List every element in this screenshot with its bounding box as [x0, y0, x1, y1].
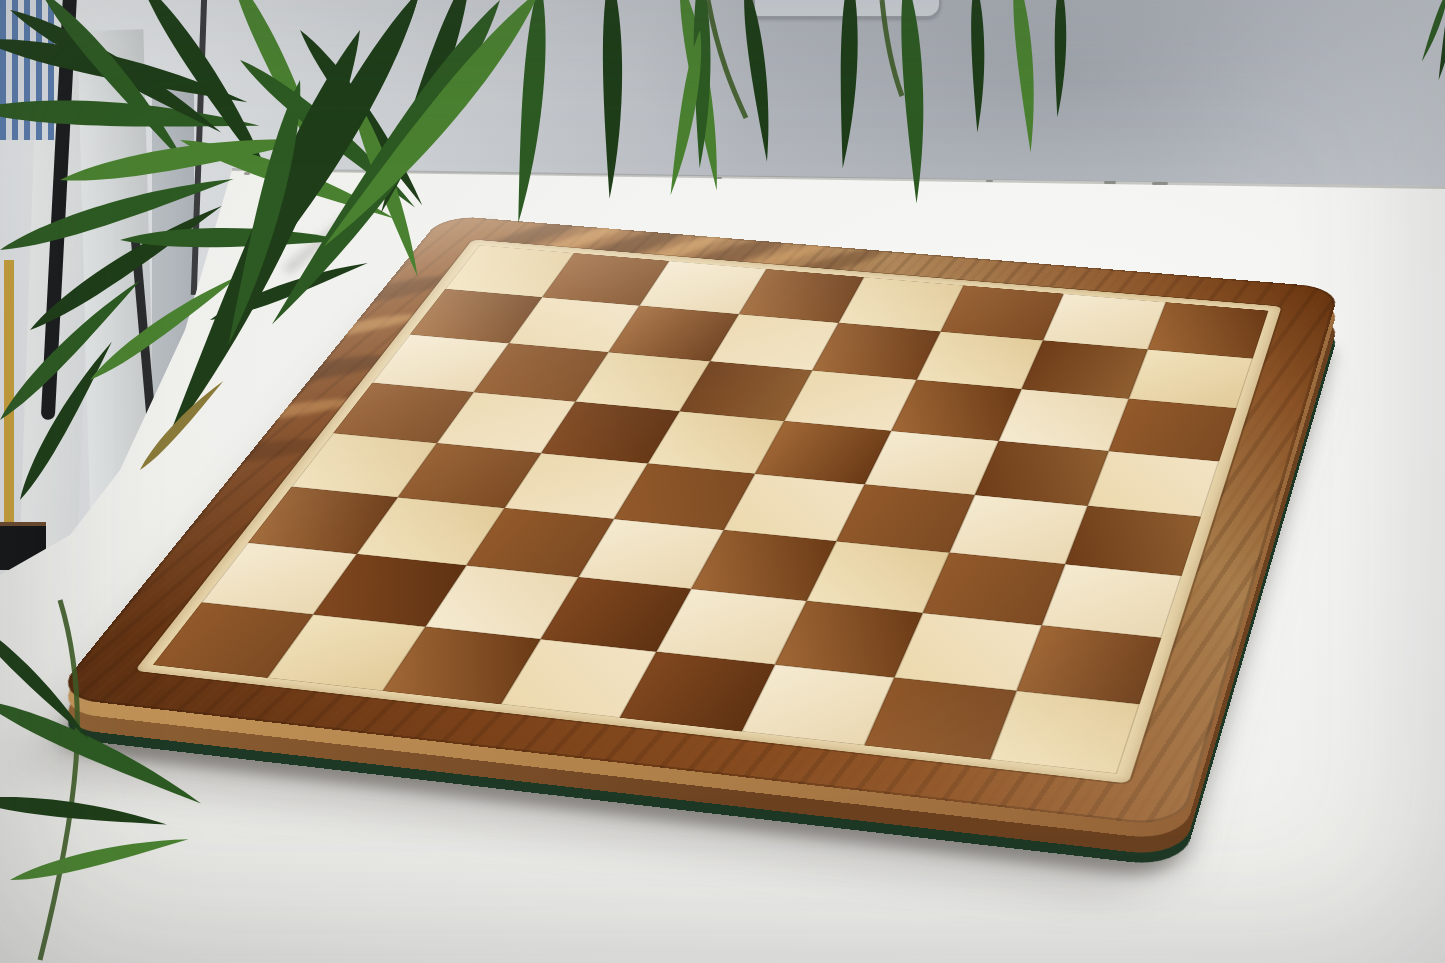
blue-striped-object [0, 0, 54, 140]
table-edge-speck [1104, 181, 1116, 184]
photo-scene [0, 0, 1445, 963]
table-edge-speck [986, 180, 993, 182]
table-edge-speck [1152, 182, 1168, 185]
table-edge-speck [714, 177, 722, 179]
yellow-cable [4, 260, 14, 560]
square-h1[interactable] [990, 690, 1140, 774]
table-edge-speck [244, 172, 250, 175]
